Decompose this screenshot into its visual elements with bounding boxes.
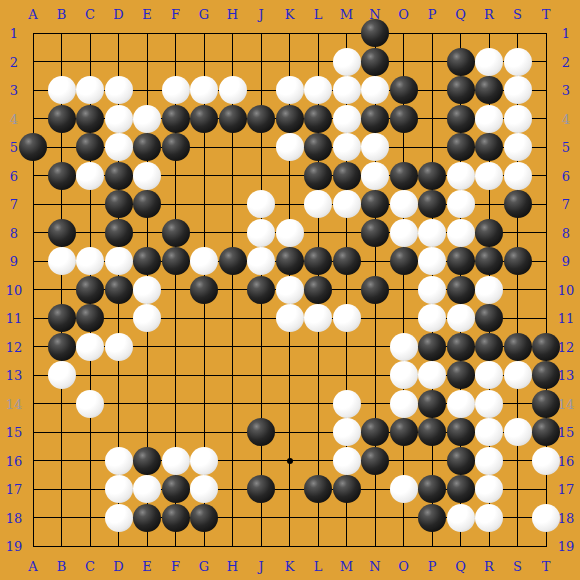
row-label-right: 15 (558, 426, 575, 439)
black-stone (304, 105, 332, 133)
black-stone (447, 247, 475, 275)
row-label-right: 10 (558, 283, 575, 296)
black-stone (304, 475, 332, 503)
black-stone (304, 133, 332, 161)
black-stone (418, 162, 446, 190)
black-stone (390, 76, 418, 104)
row-label-right: 18 (558, 511, 575, 524)
black-stone (219, 247, 247, 275)
black-stone (105, 219, 133, 247)
white-stone (532, 447, 560, 475)
black-stone (418, 504, 446, 532)
white-stone (48, 361, 76, 389)
column-label-top: Q (455, 8, 466, 21)
black-stone (162, 105, 190, 133)
black-stone (190, 276, 218, 304)
white-stone (418, 361, 446, 389)
white-stone (76, 162, 104, 190)
white-stone (475, 475, 503, 503)
black-stone (361, 447, 389, 475)
black-stone (361, 190, 389, 218)
white-stone (475, 418, 503, 446)
black-stone (19, 133, 47, 161)
column-label-top: O (398, 8, 409, 21)
row-label-left: 14 (6, 397, 23, 410)
white-stone (475, 447, 503, 475)
white-stone (190, 76, 218, 104)
black-stone (105, 190, 133, 218)
black-stone (48, 333, 76, 361)
black-stone (276, 105, 304, 133)
white-stone (76, 76, 104, 104)
white-stone (133, 304, 161, 332)
black-stone (133, 504, 161, 532)
column-label-bottom: M (340, 560, 353, 573)
row-label-right: 5 (562, 141, 570, 154)
black-stone (190, 105, 218, 133)
white-stone (304, 190, 332, 218)
column-label-top: A (28, 8, 37, 21)
column-label-bottom: T (542, 560, 551, 573)
white-stone (504, 76, 532, 104)
white-stone (475, 105, 503, 133)
white-stone (390, 475, 418, 503)
black-stone (76, 304, 104, 332)
black-stone (504, 190, 532, 218)
black-stone (247, 475, 275, 503)
white-stone (276, 276, 304, 304)
row-label-left: 6 (10, 169, 18, 182)
column-label-top: R (484, 8, 494, 21)
white-stone (333, 105, 361, 133)
white-stone (447, 190, 475, 218)
white-stone (475, 276, 503, 304)
white-stone (418, 304, 446, 332)
white-stone (475, 504, 503, 532)
black-stone (333, 247, 361, 275)
black-stone (361, 48, 389, 76)
row-label-left: 4 (10, 112, 18, 125)
column-label-bottom: Q (455, 560, 466, 573)
black-stone (162, 504, 190, 532)
black-stone (247, 276, 275, 304)
black-stone (447, 276, 475, 304)
black-stone (304, 162, 332, 190)
white-stone (276, 133, 304, 161)
row-label-left: 7 (10, 198, 18, 211)
go-board[interactable]: AABBCCDDEEFFGGHHJJKKLLMMNNOOPPQQRRSSTT11… (0, 0, 580, 580)
row-label-left: 19 (6, 540, 23, 553)
white-stone (447, 304, 475, 332)
black-stone (105, 276, 133, 304)
row-label-right: 2 (562, 55, 570, 68)
black-stone (361, 219, 389, 247)
black-stone (418, 390, 446, 418)
white-stone (247, 190, 275, 218)
white-stone (276, 76, 304, 104)
white-stone (504, 361, 532, 389)
column-label-bottom: R (484, 560, 494, 573)
white-stone (447, 219, 475, 247)
column-label-bottom: O (398, 560, 409, 573)
row-label-right: 1 (562, 27, 570, 40)
black-stone (447, 48, 475, 76)
white-stone (390, 390, 418, 418)
column-label-top: B (57, 8, 67, 21)
black-stone (333, 162, 361, 190)
white-stone (475, 390, 503, 418)
black-stone (532, 333, 560, 361)
black-stone (247, 418, 275, 446)
column-label-top: D (113, 8, 123, 21)
white-stone (447, 162, 475, 190)
black-stone (133, 247, 161, 275)
white-stone (276, 219, 304, 247)
white-stone (333, 76, 361, 104)
white-stone (390, 190, 418, 218)
white-stone (105, 333, 133, 361)
column-label-top: P (428, 8, 437, 21)
black-stone (105, 162, 133, 190)
black-stone (361, 19, 389, 47)
white-stone (361, 133, 389, 161)
white-stone (333, 447, 361, 475)
black-stone (447, 447, 475, 475)
column-label-bottom: G (199, 560, 209, 573)
white-stone (504, 105, 532, 133)
white-stone (333, 304, 361, 332)
column-label-bottom: D (113, 560, 123, 573)
column-label-top: J (258, 8, 263, 21)
black-stone (418, 190, 446, 218)
white-stone (447, 390, 475, 418)
white-stone (390, 333, 418, 361)
row-label-left: 18 (6, 511, 23, 524)
black-stone (304, 247, 332, 275)
white-stone (504, 48, 532, 76)
column-label-bottom: N (369, 560, 380, 573)
black-stone (76, 276, 104, 304)
white-stone (390, 219, 418, 247)
row-label-right: 4 (562, 112, 570, 125)
row-label-right: 3 (562, 84, 570, 97)
white-stone (105, 133, 133, 161)
column-label-top: K (285, 8, 295, 21)
white-stone (190, 447, 218, 475)
white-stone (105, 504, 133, 532)
column-label-bottom: H (227, 560, 238, 573)
black-stone (247, 105, 275, 133)
black-stone (447, 361, 475, 389)
black-stone (447, 418, 475, 446)
white-stone (418, 276, 446, 304)
black-stone (390, 247, 418, 275)
black-stone (447, 76, 475, 104)
black-stone (475, 304, 503, 332)
white-stone (504, 418, 532, 446)
row-label-right: 17 (558, 483, 575, 496)
row-label-right: 9 (562, 255, 570, 268)
column-label-bottom: J (258, 560, 263, 573)
black-stone (475, 76, 503, 104)
white-stone (418, 219, 446, 247)
black-stone (475, 133, 503, 161)
black-stone (475, 333, 503, 361)
white-stone (504, 162, 532, 190)
black-stone (447, 475, 475, 503)
black-stone (219, 105, 247, 133)
row-label-left: 11 (6, 312, 23, 325)
white-stone (105, 447, 133, 475)
black-stone (162, 133, 190, 161)
grid-line (33, 546, 547, 547)
black-stone (390, 105, 418, 133)
black-stone (475, 219, 503, 247)
column-label-top: M (340, 8, 353, 21)
column-label-top: L (314, 8, 323, 21)
row-label-left: 1 (10, 27, 18, 40)
column-label-bottom: P (428, 560, 437, 573)
black-stone (304, 276, 332, 304)
white-stone (162, 447, 190, 475)
row-label-left: 17 (6, 483, 23, 496)
white-stone (333, 133, 361, 161)
black-stone (276, 247, 304, 275)
row-label-left: 10 (6, 283, 23, 296)
row-label-right: 13 (558, 369, 575, 382)
white-stone (475, 48, 503, 76)
black-stone (447, 133, 475, 161)
column-label-bottom: B (57, 560, 67, 573)
row-label-left: 15 (6, 426, 23, 439)
white-stone (247, 247, 275, 275)
row-label-left: 3 (10, 84, 18, 97)
column-label-top: H (227, 8, 238, 21)
white-stone (504, 133, 532, 161)
black-stone (447, 105, 475, 133)
column-label-bottom: K (285, 560, 295, 573)
white-stone (333, 418, 361, 446)
row-label-right: 6 (562, 169, 570, 182)
white-stone (219, 76, 247, 104)
black-stone (48, 219, 76, 247)
black-stone (76, 105, 104, 133)
row-label-left: 16 (6, 454, 23, 467)
white-stone (361, 162, 389, 190)
white-stone (133, 162, 161, 190)
column-label-bottom: S (513, 560, 522, 573)
black-stone (504, 247, 532, 275)
black-stone (133, 447, 161, 475)
white-stone (333, 48, 361, 76)
row-label-right: 12 (558, 340, 575, 353)
column-label-top: G (199, 8, 209, 21)
white-stone (333, 390, 361, 418)
black-stone (48, 105, 76, 133)
black-stone (532, 390, 560, 418)
white-stone (76, 247, 104, 275)
black-stone (418, 475, 446, 503)
row-label-right: 16 (558, 454, 575, 467)
black-stone (361, 105, 389, 133)
row-label-right: 11 (558, 312, 575, 325)
column-label-top: S (513, 8, 522, 21)
black-stone (418, 418, 446, 446)
black-stone (532, 361, 560, 389)
row-label-left: 2 (10, 55, 18, 68)
white-stone (105, 105, 133, 133)
black-stone (133, 190, 161, 218)
black-stone (162, 219, 190, 247)
white-stone (532, 504, 560, 532)
black-stone (390, 162, 418, 190)
black-stone (532, 418, 560, 446)
white-stone (475, 361, 503, 389)
black-stone (504, 333, 532, 361)
white-stone (133, 105, 161, 133)
black-stone (48, 304, 76, 332)
row-label-right: 19 (558, 540, 575, 553)
white-stone (333, 190, 361, 218)
black-stone (475, 247, 503, 275)
white-stone (447, 504, 475, 532)
column-label-bottom: E (142, 560, 152, 573)
black-stone (162, 475, 190, 503)
black-stone (390, 418, 418, 446)
white-stone (105, 247, 133, 275)
black-stone (361, 276, 389, 304)
column-label-bottom: F (171, 560, 180, 573)
white-stone (304, 304, 332, 332)
white-stone (105, 76, 133, 104)
white-stone (76, 390, 104, 418)
white-stone (48, 247, 76, 275)
white-stone (105, 475, 133, 503)
white-stone (276, 304, 304, 332)
white-stone (190, 475, 218, 503)
column-label-bottom: L (314, 560, 323, 573)
white-stone (361, 76, 389, 104)
black-stone (190, 504, 218, 532)
row-label-left: 5 (10, 141, 18, 154)
row-label-left: 8 (10, 226, 18, 239)
white-stone (304, 76, 332, 104)
column-label-top: T (542, 8, 551, 21)
white-stone (133, 276, 161, 304)
black-stone (333, 475, 361, 503)
column-label-top: F (171, 8, 180, 21)
row-label-right: 14 (558, 397, 575, 410)
white-stone (418, 247, 446, 275)
black-stone (133, 133, 161, 161)
row-label-right: 8 (562, 226, 570, 239)
black-stone (48, 162, 76, 190)
row-label-right: 7 (562, 198, 570, 211)
star-point (287, 458, 293, 464)
black-stone (361, 418, 389, 446)
white-stone (48, 76, 76, 104)
black-stone (76, 133, 104, 161)
column-label-top: C (85, 8, 95, 21)
black-stone (447, 333, 475, 361)
row-label-left: 9 (10, 255, 18, 268)
white-stone (247, 219, 275, 247)
row-label-left: 12 (6, 340, 23, 353)
column-label-bottom: C (85, 560, 95, 573)
black-stone (162, 247, 190, 275)
white-stone (162, 76, 190, 104)
column-label-top: E (142, 8, 152, 21)
row-label-left: 13 (6, 369, 23, 382)
white-stone (190, 247, 218, 275)
column-label-bottom: A (28, 560, 37, 573)
white-stone (475, 162, 503, 190)
white-stone (390, 361, 418, 389)
black-stone (418, 333, 446, 361)
white-stone (133, 475, 161, 503)
white-stone (76, 333, 104, 361)
